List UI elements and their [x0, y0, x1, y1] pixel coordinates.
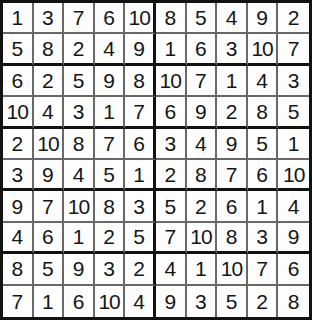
grid-cell-r2c9[interactable]: 10 [248, 34, 279, 65]
grid-cell-r2c2[interactable]: 8 [34, 34, 65, 65]
grid-cell-r10c7[interactable]: 3 [187, 286, 218, 317]
grid-cell-r6c2[interactable]: 9 [34, 160, 65, 191]
grid-cell-r7c1[interactable]: 9 [3, 191, 34, 222]
grid-cell-r3c4[interactable]: 9 [95, 66, 126, 97]
grid-cell-r10c3[interactable]: 6 [64, 286, 95, 317]
grid-cell-r1c8[interactable]: 4 [217, 3, 248, 34]
grid-cell-r8c9[interactable]: 3 [248, 223, 279, 254]
grid-cell-r5c2[interactable]: 10 [34, 129, 65, 160]
grid-cell-r8c2[interactable]: 6 [34, 223, 65, 254]
grid-cell-r3c3[interactable]: 5 [64, 66, 95, 97]
grid-cell-r9c8[interactable]: 10 [217, 254, 248, 285]
grid-cell-r2c5[interactable]: 9 [125, 34, 156, 65]
grid-cell-r4c6[interactable]: 6 [156, 97, 187, 128]
grid-cell-r5c1[interactable]: 2 [3, 129, 34, 160]
grid-cell-r5c3[interactable]: 8 [64, 129, 95, 160]
grid-cell-r5c7[interactable]: 4 [187, 129, 218, 160]
grid-cell-r5c10[interactable]: 1 [278, 129, 309, 160]
grid-cell-r1c7[interactable]: 5 [187, 3, 218, 34]
sudoku-board: 1376108549258249163107625981071431043176… [0, 0, 312, 320]
grid-cell-r8c1[interactable]: 4 [3, 223, 34, 254]
grid-cell-r4c9[interactable]: 8 [248, 97, 279, 128]
grid-cell-r8c5[interactable]: 5 [125, 223, 156, 254]
grid-cell-r3c6[interactable]: 10 [156, 66, 187, 97]
grid-cell-r1c9[interactable]: 9 [248, 3, 279, 34]
grid-cell-r8c3[interactable]: 1 [64, 223, 95, 254]
grid-cell-r7c4[interactable]: 8 [95, 191, 126, 222]
grid-cell-r1c1[interactable]: 1 [3, 3, 34, 34]
grid-cell-r5c9[interactable]: 5 [248, 129, 279, 160]
grid-cell-r10c5[interactable]: 4 [125, 286, 156, 317]
grid-cell-r8c10[interactable]: 9 [278, 223, 309, 254]
grid-cell-r6c3[interactable]: 4 [64, 160, 95, 191]
grid-cell-r9c9[interactable]: 7 [248, 254, 279, 285]
grid-cell-r4c8[interactable]: 2 [217, 97, 248, 128]
grid-cell-r10c4[interactable]: 10 [95, 286, 126, 317]
grid-cell-r6c9[interactable]: 6 [248, 160, 279, 191]
grid-cell-r6c5[interactable]: 1 [125, 160, 156, 191]
grid-cell-r2c10[interactable]: 7 [278, 34, 309, 65]
grid-cell-r4c3[interactable]: 3 [64, 97, 95, 128]
grid-cell-r10c1[interactable]: 7 [3, 286, 34, 317]
grid-cell-r3c2[interactable]: 2 [34, 66, 65, 97]
grid-cell-r2c3[interactable]: 2 [64, 34, 95, 65]
grid-cell-r7c2[interactable]: 7 [34, 191, 65, 222]
grid-cell-r3c5[interactable]: 8 [125, 66, 156, 97]
grid-cell-r9c6[interactable]: 4 [156, 254, 187, 285]
grid-cell-r3c1[interactable]: 6 [3, 66, 34, 97]
grid-cell-r1c5[interactable]: 10 [125, 3, 156, 34]
grid-cell-r1c10[interactable]: 2 [278, 3, 309, 34]
grid-cell-r1c4[interactable]: 6 [95, 3, 126, 34]
grid-cell-r9c5[interactable]: 2 [125, 254, 156, 285]
grid-cell-r1c2[interactable]: 3 [34, 3, 65, 34]
grid-cell-r10c9[interactable]: 2 [248, 286, 279, 317]
grid-cell-r2c1[interactable]: 5 [3, 34, 34, 65]
grid-cell-r7c8[interactable]: 6 [217, 191, 248, 222]
grid-cell-r4c7[interactable]: 9 [187, 97, 218, 128]
grid-cell-r1c6[interactable]: 8 [156, 3, 187, 34]
grid-cell-r2c7[interactable]: 6 [187, 34, 218, 65]
grid-cell-r4c2[interactable]: 4 [34, 97, 65, 128]
grid-cell-r6c1[interactable]: 3 [3, 160, 34, 191]
grid-cell-r9c10[interactable]: 6 [278, 254, 309, 285]
grid-cell-r9c1[interactable]: 8 [3, 254, 34, 285]
grid-cell-r10c8[interactable]: 5 [217, 286, 248, 317]
grid-cell-r5c8[interactable]: 9 [217, 129, 248, 160]
grid-cell-r8c4[interactable]: 2 [95, 223, 126, 254]
grid-cell-r6c6[interactable]: 2 [156, 160, 187, 191]
grid-cell-r7c5[interactable]: 3 [125, 191, 156, 222]
grid-cell-r1c3[interactable]: 7 [64, 3, 95, 34]
grid-cell-r3c9[interactable]: 4 [248, 66, 279, 97]
grid-cell-r6c4[interactable]: 5 [95, 160, 126, 191]
grid-cell-r9c4[interactable]: 3 [95, 254, 126, 285]
grid-cell-r4c10[interactable]: 5 [278, 97, 309, 128]
grid-cell-r7c3[interactable]: 10 [64, 191, 95, 222]
grid-cell-r3c8[interactable]: 1 [217, 66, 248, 97]
grid-cell-r8c7[interactable]: 10 [187, 223, 218, 254]
grid-cell-r7c9[interactable]: 1 [248, 191, 279, 222]
grid-cell-r6c7[interactable]: 8 [187, 160, 218, 191]
grid-cell-r8c8[interactable]: 8 [217, 223, 248, 254]
grid-cell-r7c10[interactable]: 4 [278, 191, 309, 222]
grid-cell-r5c4[interactable]: 7 [95, 129, 126, 160]
grid-cell-r3c10[interactable]: 3 [278, 66, 309, 97]
grid-cell-r5c6[interactable]: 3 [156, 129, 187, 160]
grid-cell-r8c6[interactable]: 7 [156, 223, 187, 254]
grid-cell-r9c3[interactable]: 9 [64, 254, 95, 285]
grid-cell-r10c10[interactable]: 8 [278, 286, 309, 317]
grid-cell-r2c6[interactable]: 1 [156, 34, 187, 65]
grid-cell-r7c6[interactable]: 5 [156, 191, 187, 222]
grid-cell-r9c2[interactable]: 5 [34, 254, 65, 285]
grid-cell-r5c5[interactable]: 6 [125, 129, 156, 160]
grid-cell-r9c7[interactable]: 1 [187, 254, 218, 285]
grid-cell-r6c10[interactable]: 10 [278, 160, 309, 191]
grid-cell-r7c7[interactable]: 2 [187, 191, 218, 222]
grid-cell-r10c6[interactable]: 9 [156, 286, 187, 317]
grid-cell-r2c4[interactable]: 4 [95, 34, 126, 65]
grid-cell-r4c5[interactable]: 7 [125, 97, 156, 128]
grid-cell-r4c1[interactable]: 10 [3, 97, 34, 128]
grid-cell-r2c8[interactable]: 3 [217, 34, 248, 65]
grid-cell-r10c2[interactable]: 1 [34, 286, 65, 317]
grid-cell-r3c7[interactable]: 7 [187, 66, 218, 97]
grid-cell-r4c4[interactable]: 1 [95, 97, 126, 128]
grid-cell-r6c8[interactable]: 7 [217, 160, 248, 191]
